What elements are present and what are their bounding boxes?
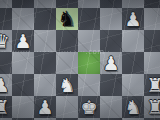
square-r6c6[interactable] [122, 118, 144, 120]
white-pawn-piece: ♟ [122, 8, 144, 30]
square-r6c0[interactable] [0, 118, 12, 120]
square-r4c6[interactable] [122, 74, 144, 96]
chess-game-screenshot: ♞♟♛♟♟♟♞♜♜♟♚♞♜ ·· ········ ········· ····… [0, 0, 160, 120]
square-r0c5[interactable] [100, 0, 122, 8]
square-r6c4[interactable] [78, 118, 100, 120]
square-r5c7[interactable]: ♜ [144, 96, 160, 118]
square-r1c6[interactable]: ♟ [122, 8, 144, 30]
square-r1c0[interactable] [0, 8, 12, 30]
square-r5c2[interactable]: ♟ [34, 96, 56, 118]
white-rook-piece: ♜ [0, 96, 12, 118]
square-r5c1[interactable] [12, 96, 34, 118]
square-r6c1[interactable] [12, 118, 34, 120]
white-knight-piece: ♞ [122, 96, 144, 118]
square-r1c7[interactable] [144, 8, 160, 30]
square-r0c6[interactable] [122, 0, 144, 8]
square-r6c5[interactable] [100, 118, 122, 120]
watermark-text: ·· ········ ········· ···· ····.com · [1, 48, 159, 57]
square-r6c7[interactable] [144, 118, 160, 120]
white-pawn-piece: ♟ [34, 96, 56, 118]
square-r6c2[interactable] [34, 118, 56, 120]
square-r1c2[interactable] [34, 8, 56, 30]
square-r5c4[interactable]: ♚ [78, 96, 100, 118]
white-rook-piece: ♜ [144, 74, 160, 96]
square-r0c1[interactable] [12, 0, 34, 8]
chess-board: ♞♟♛♟♟♟♞♜♜♟♚♞♜ [0, 0, 160, 120]
white-rook-piece: ♜ [144, 96, 160, 118]
square-r1c5[interactable] [100, 8, 122, 30]
square-r5c0[interactable]: ♜ [0, 96, 12, 118]
square-r5c5[interactable] [100, 96, 122, 118]
square-r0c0[interactable] [0, 0, 12, 8]
square-r1c1[interactable] [12, 8, 34, 30]
square-r1c3-last-move-to[interactable]: ♞ [56, 8, 78, 30]
square-r0c7[interactable] [144, 0, 160, 8]
square-r4c3[interactable]: ♞ [56, 74, 78, 96]
square-r6c3[interactable] [56, 118, 78, 120]
square-r0c2[interactable] [34, 0, 56, 8]
square-r5c3[interactable] [56, 96, 78, 118]
white-king-piece: ♚ [78, 96, 100, 118]
square-r0c4[interactable] [78, 0, 100, 8]
square-r4c1[interactable] [12, 74, 34, 96]
square-r4c0[interactable]: ♟ [0, 74, 12, 96]
square-r4c2[interactable] [34, 74, 56, 96]
square-r4c5[interactable] [100, 74, 122, 96]
square-r4c4[interactable] [78, 74, 100, 96]
black-knight-piece: ♞ [56, 8, 78, 30]
square-r1c4[interactable] [78, 8, 100, 30]
square-r5c6[interactable]: ♞ [122, 96, 144, 118]
white-knight-piece: ♞ [56, 74, 78, 96]
white-pawn-piece: ♟ [0, 74, 12, 96]
square-r4c7[interactable]: ♜ [144, 74, 160, 96]
